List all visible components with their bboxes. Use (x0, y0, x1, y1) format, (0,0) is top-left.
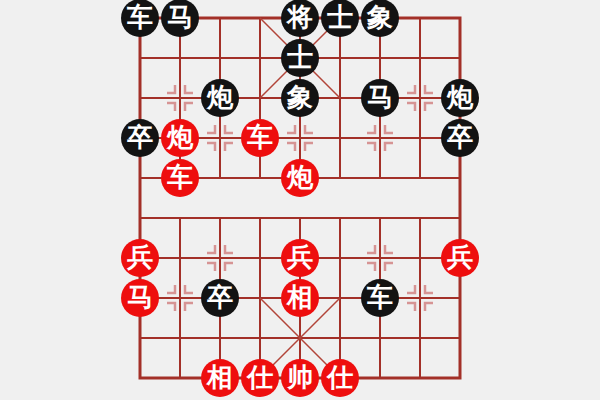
board-cell-5-3[interactable] (240, 198, 280, 238)
board-cell-0-1[interactable]: 马 (160, 0, 200, 38)
board-cell-8-7[interactable] (400, 318, 440, 358)
board-cell-5-5[interactable] (320, 198, 360, 238)
board-cell-3-7[interactable] (400, 118, 440, 158)
piece-black-horse[interactable]: 马 (161, 0, 199, 37)
board-cell-5-2[interactable] (200, 198, 240, 238)
piece-black-chariot[interactable]: 车 (121, 0, 159, 37)
board-cell-2-4[interactable]: 象 (280, 78, 320, 118)
piece-black-horse[interactable]: 马 (361, 79, 399, 117)
board-cell-9-4[interactable]: 帅 (280, 358, 320, 398)
board-cell-1-6[interactable] (360, 38, 400, 78)
board-cell-2-7[interactable] (400, 78, 440, 118)
board-cell-4-2[interactable] (200, 158, 240, 198)
board-cell-7-2[interactable]: 卒 (200, 278, 240, 318)
board-cell-5-1[interactable] (160, 198, 200, 238)
piece-black-cannon[interactable]: 炮 (201, 79, 239, 117)
board-cell-3-5[interactable] (320, 118, 360, 158)
board-cell-3-3[interactable]: 车 (240, 118, 280, 158)
board-cell-0-8[interactable] (440, 0, 480, 38)
piece-red-soldier[interactable]: 兵 (441, 239, 479, 277)
board-cell-7-0[interactable]: 马 (120, 278, 160, 318)
piece-red-soldier[interactable]: 兵 (121, 239, 159, 277)
board-cell-2-0[interactable] (120, 78, 160, 118)
board-cell-5-0[interactable] (120, 198, 160, 238)
board-cell-2-1[interactable] (160, 78, 200, 118)
board-cell-7-1[interactable] (160, 278, 200, 318)
board-cell-4-6[interactable] (360, 158, 400, 198)
board-cell-6-5[interactable] (320, 238, 360, 278)
board-cell-1-8[interactable] (440, 38, 480, 78)
piece-black-elephant[interactable]: 象 (281, 79, 319, 117)
board-cell-6-0[interactable]: 兵 (120, 238, 160, 278)
piece-black-elephant[interactable]: 象 (361, 0, 399, 37)
board-grid: 车马将士象士炮象马炮卒炮车卒车炮兵兵兵马卒相车相仕帅仕 (120, 0, 480, 398)
board-cell-1-7[interactable] (400, 38, 440, 78)
piece-red-soldier[interactable]: 兵 (281, 239, 319, 277)
board-cell-8-6[interactable] (360, 318, 400, 358)
board-cell-9-7[interactable] (400, 358, 440, 398)
board-cell-4-0[interactable] (120, 158, 160, 198)
board-cell-6-6[interactable] (360, 238, 400, 278)
board-cell-4-3[interactable] (240, 158, 280, 198)
board-cell-3-8[interactable]: 卒 (440, 118, 480, 158)
piece-red-chariot[interactable]: 车 (241, 119, 279, 157)
xiangqi-app: 车马将士象士炮象马炮卒炮车卒车炮兵兵兵马卒相车相仕帅仕 (0, 0, 600, 400)
board-cell-8-3[interactable] (240, 318, 280, 358)
board-cell-4-5[interactable] (320, 158, 360, 198)
piece-black-cannon[interactable]: 炮 (441, 79, 479, 117)
board-cell-3-4[interactable] (280, 118, 320, 158)
board-cell-1-2[interactable] (200, 38, 240, 78)
board-cell-1-0[interactable] (120, 38, 160, 78)
piece-black-chariot[interactable]: 车 (361, 279, 399, 317)
board-cell-2-2[interactable]: 炮 (200, 78, 240, 118)
board-cell-1-1[interactable] (160, 38, 200, 78)
board-cell-8-8[interactable] (440, 318, 480, 358)
board-cell-4-8[interactable] (440, 158, 480, 198)
piece-black-soldier[interactable]: 卒 (441, 119, 479, 157)
piece-black-soldier[interactable]: 卒 (201, 279, 239, 317)
board-cell-0-6[interactable]: 象 (360, 0, 400, 38)
piece-red-horse[interactable]: 马 (121, 279, 159, 317)
board-cell-9-1[interactable] (160, 358, 200, 398)
piece-black-advisor[interactable]: 士 (321, 0, 359, 37)
board-cell-2-8[interactable]: 炮 (440, 78, 480, 118)
board-cell-1-4[interactable]: 士 (280, 38, 320, 78)
piece-red-advisor[interactable]: 仕 (241, 359, 279, 397)
board-cell-5-6[interactable] (360, 198, 400, 238)
board-cell-0-5[interactable]: 士 (320, 0, 360, 38)
board-cell-9-8[interactable] (440, 358, 480, 398)
board-cell-7-4[interactable]: 相 (280, 278, 320, 318)
piece-black-soldier[interactable]: 卒 (121, 119, 159, 157)
piece-red-elephant[interactable]: 相 (281, 279, 319, 317)
board-cell-6-8[interactable]: 兵 (440, 238, 480, 278)
board-cell-3-2[interactable] (200, 118, 240, 158)
board-cell-7-8[interactable] (440, 278, 480, 318)
board-cell-6-7[interactable] (400, 238, 440, 278)
board-cell-7-5[interactable] (320, 278, 360, 318)
board-cell-6-3[interactable] (240, 238, 280, 278)
board-cell-0-3[interactable] (240, 0, 280, 38)
board-cell-8-1[interactable] (160, 318, 200, 358)
board-cell-0-0[interactable]: 车 (120, 0, 160, 38)
board-cell-7-3[interactable] (240, 278, 280, 318)
board-cell-3-6[interactable] (360, 118, 400, 158)
board-cell-7-6[interactable]: 车 (360, 278, 400, 318)
board-cell-4-4[interactable]: 炮 (280, 158, 320, 198)
piece-black-advisor[interactable]: 士 (281, 39, 319, 77)
board-cell-9-5[interactable]: 仕 (320, 358, 360, 398)
board-cell-9-2[interactable]: 相 (200, 358, 240, 398)
board-cell-2-5[interactable] (320, 78, 360, 118)
board-cell-9-6[interactable] (360, 358, 400, 398)
board-cell-6-4[interactable]: 兵 (280, 238, 320, 278)
piece-red-general[interactable]: 帅 (281, 359, 319, 397)
piece-red-elephant[interactable]: 相 (201, 359, 239, 397)
board-cell-0-4[interactable]: 将 (280, 0, 320, 38)
board-cell-4-7[interactable] (400, 158, 440, 198)
board-cell-3-1[interactable]: 炮 (160, 118, 200, 158)
board-cell-2-3[interactable] (240, 78, 280, 118)
board-cell-5-8[interactable] (440, 198, 480, 238)
board-cell-8-0[interactable] (120, 318, 160, 358)
piece-red-chariot[interactable]: 车 (161, 159, 199, 197)
board-cell-1-3[interactable] (240, 38, 280, 78)
board-cell-0-7[interactable] (400, 0, 440, 38)
board-cell-9-3[interactable]: 仕 (240, 358, 280, 398)
piece-red-cannon[interactable]: 炮 (281, 159, 319, 197)
board-cell-8-4[interactable] (280, 318, 320, 358)
board-cell-1-5[interactable] (320, 38, 360, 78)
board-cell-6-1[interactable] (160, 238, 200, 278)
board-cell-5-4[interactable] (280, 198, 320, 238)
board-cell-4-1[interactable]: 车 (160, 158, 200, 198)
board-cell-2-6[interactable]: 马 (360, 78, 400, 118)
board-cell-3-0[interactable]: 卒 (120, 118, 160, 158)
board-cell-6-2[interactable] (200, 238, 240, 278)
board-cell-9-0[interactable] (120, 358, 160, 398)
board-cell-7-7[interactable] (400, 278, 440, 318)
piece-red-advisor[interactable]: 仕 (321, 359, 359, 397)
piece-black-general[interactable]: 将 (281, 0, 319, 37)
board-cell-5-7[interactable] (400, 198, 440, 238)
board-cell-8-2[interactable] (200, 318, 240, 358)
board-cell-8-5[interactable] (320, 318, 360, 358)
piece-red-cannon[interactable]: 炮 (161, 119, 199, 157)
board-cell-0-2[interactable] (200, 0, 240, 38)
